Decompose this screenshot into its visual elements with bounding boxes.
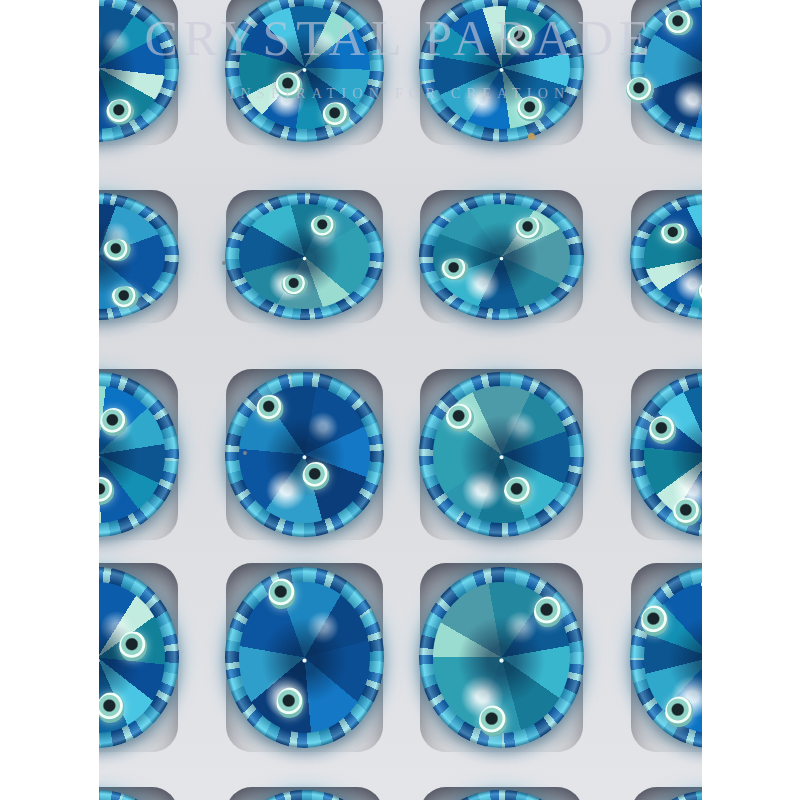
sew-hole [277, 687, 304, 718]
screenshot: CRYSTAL PARADE INSPIRATION FOR CREATION [0, 0, 800, 800]
tray-cell [226, 0, 383, 145]
tray-cell [420, 787, 583, 800]
crystal [225, 0, 384, 142]
tray-cell [226, 190, 383, 323]
crystal [630, 372, 702, 536]
tray-cell [99, 190, 178, 323]
crystal [630, 567, 702, 748]
crystal-facets [433, 6, 570, 130]
sew-hole [665, 10, 693, 35]
crystal-facets [239, 204, 371, 310]
sew-hole [479, 706, 507, 737]
crystal [630, 790, 702, 800]
sew-hole [649, 416, 677, 444]
sew-hole [504, 477, 532, 505]
product-photo [99, 0, 702, 800]
sew-hole [517, 97, 545, 122]
sew-hole [660, 223, 688, 245]
tray-cell [226, 369, 383, 540]
sew-hole [310, 215, 337, 237]
crystal [419, 0, 584, 142]
crystal-facets [239, 582, 371, 733]
crystal [99, 567, 179, 748]
dust-speck [528, 133, 535, 140]
crystal-facets [239, 6, 371, 130]
sew-hole [446, 404, 474, 432]
tray-cell [420, 0, 583, 145]
tray-cell [420, 563, 583, 752]
tray-cell [631, 563, 702, 752]
crystal [99, 790, 179, 800]
dust-speck [243, 451, 247, 455]
crystal [419, 790, 584, 800]
sew-hole [534, 597, 562, 628]
tray-cell [631, 190, 702, 323]
crystal [225, 193, 384, 321]
sew-hole [641, 606, 669, 637]
sew-hole [256, 395, 283, 423]
sew-hole [111, 286, 139, 308]
tray-cell [226, 787, 383, 800]
sew-hole [99, 693, 124, 724]
sew-hole [626, 77, 654, 102]
crystal [99, 193, 179, 321]
tray-cell [99, 787, 178, 800]
dust-speck [222, 261, 226, 265]
crystal-facets [644, 204, 702, 310]
crystal [99, 372, 179, 536]
tray-cell [631, 787, 702, 800]
sew-hole [507, 25, 535, 50]
sew-hole [100, 408, 128, 436]
tray-cell [99, 369, 178, 540]
crystal [225, 790, 384, 800]
sew-hole [106, 99, 134, 124]
sew-hole [673, 498, 701, 526]
crystal [419, 567, 584, 748]
sew-hole [269, 579, 296, 610]
sew-hole [302, 462, 329, 490]
crystal-facets [433, 204, 570, 310]
crystal [225, 567, 384, 748]
crystal [225, 372, 384, 536]
crystal [99, 0, 179, 142]
sew-hole [282, 274, 309, 296]
sew-hole [275, 73, 302, 98]
tray-cell [99, 0, 178, 145]
tray-cell [420, 190, 583, 323]
crystal [630, 0, 702, 142]
crystal [419, 372, 584, 536]
sew-hole [103, 239, 131, 261]
tray-cell [226, 563, 383, 752]
tray-cell [631, 369, 702, 540]
crystal [419, 193, 584, 321]
tray-cell [631, 0, 702, 145]
sew-hole [119, 631, 147, 662]
sew-hole [515, 218, 543, 240]
tray-cell [420, 369, 583, 540]
tray-grid [99, 0, 702, 800]
sew-hole [441, 258, 469, 280]
sew-hole [323, 102, 350, 127]
sew-hole [665, 697, 693, 728]
crystal [630, 193, 702, 321]
tray-cell [99, 563, 178, 752]
